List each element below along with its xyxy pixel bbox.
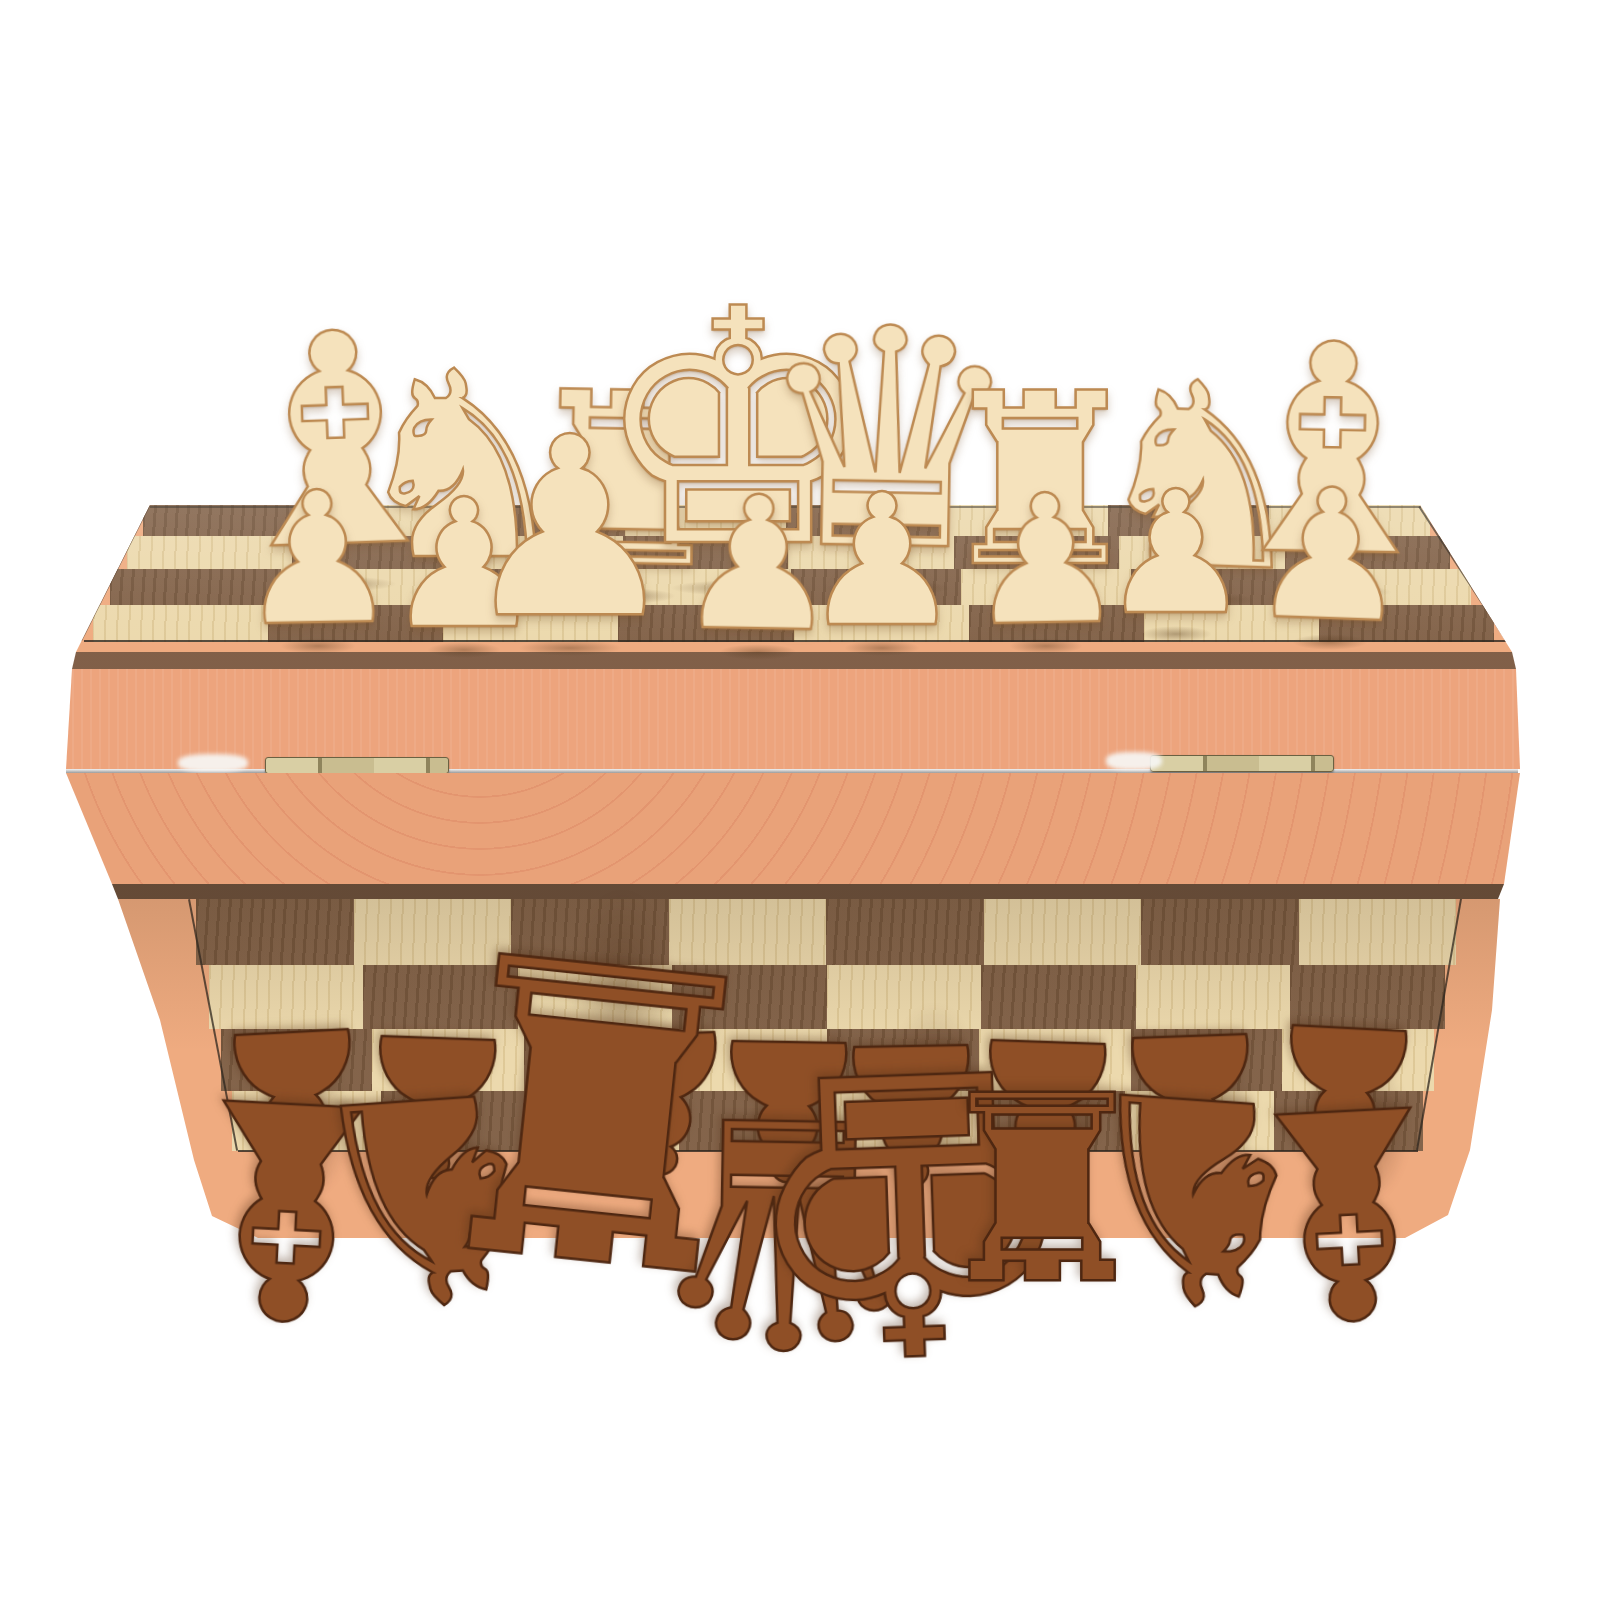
white-pawn[interactable]: ♟ — [235, 467, 401, 652]
chess-box-scene: ♝♞♜♚♛♜♞♝♟♟♟♟♟♟♟♟♟♟♟♟♟♟♟♟♝♞♜♛♚♜♞♝ — [0, 0, 1600, 1600]
piece-layer: ♝♞♜♚♛♜♞♝♟♟♟♟♟♟♟♟♟♟♟♟♟♟♟♟♝♞♜♛♚♜♞♝ — [0, 0, 1600, 1600]
white-pawn[interactable]: ♟ — [800, 470, 963, 652]
white-pawn[interactable]: ♟ — [459, 404, 681, 652]
white-pawn[interactable]: ♟ — [1100, 468, 1252, 638]
black-hanging-bishop[interactable]: ♝ — [1212, 1059, 1485, 1360]
white-pawn[interactable]: ♟ — [1246, 463, 1414, 649]
